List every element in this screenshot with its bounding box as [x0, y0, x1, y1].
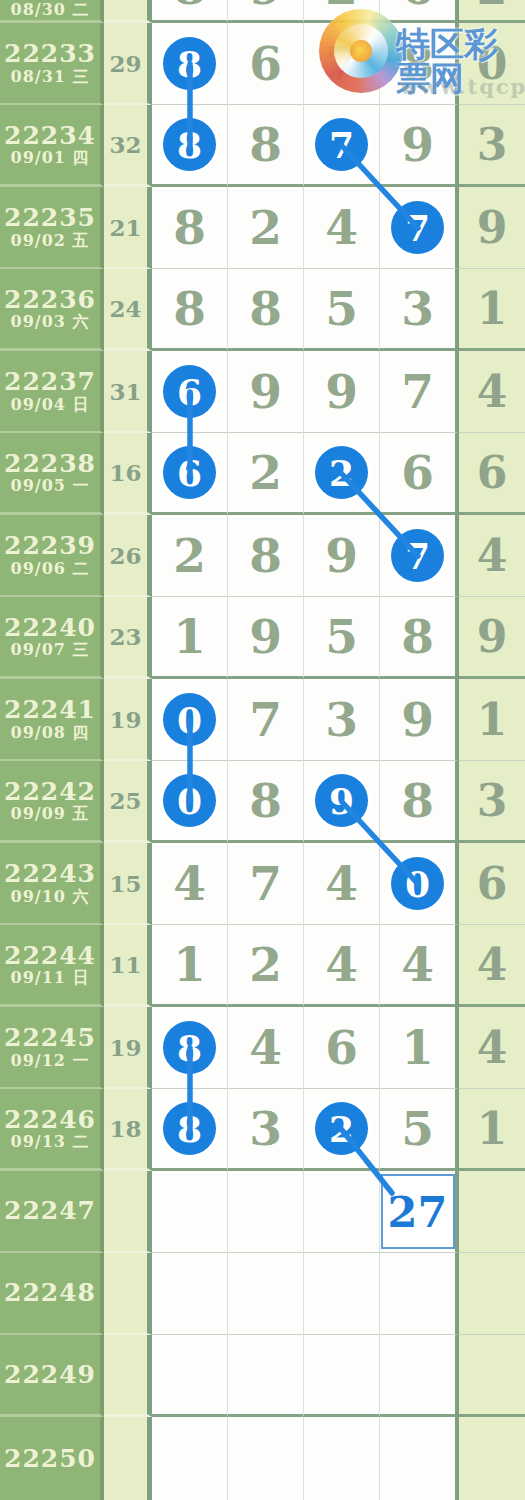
- digit-cell: 2: [304, 1089, 380, 1171]
- digit-cell: 6: [304, 1007, 380, 1089]
- draw-date: 09/03 六: [11, 313, 90, 331]
- digit-cell: [152, 1171, 228, 1253]
- digit-cell: 27: [380, 1171, 459, 1253]
- digit: 2: [249, 204, 282, 251]
- tail-cell: 4: [459, 351, 525, 433]
- digit-cell: 3: [228, 1089, 304, 1171]
- digit-cell: 8: [380, 761, 459, 843]
- digit: 8: [249, 121, 282, 168]
- sum-cell: 19: [104, 679, 152, 761]
- digit-cell: 9: [228, 351, 304, 433]
- tail-cell: [459, 1417, 525, 1500]
- digit: 9: [325, 368, 358, 415]
- circled-digit: 0: [163, 693, 216, 746]
- digit-cell: 2: [228, 187, 304, 269]
- chart-row-22246: 2224609/13 二1883251: [0, 1089, 525, 1171]
- tail-digit: 9: [477, 615, 508, 659]
- digit: 9: [249, 368, 282, 415]
- digit: 6: [325, 1024, 358, 1071]
- digit: 1: [173, 613, 206, 660]
- period-number: 22242: [4, 778, 96, 806]
- tail-digit: 6: [477, 451, 508, 495]
- digit: 8: [173, 204, 206, 251]
- digit: 2: [249, 941, 282, 988]
- row-label: 08/30 二: [0, 0, 104, 23]
- period-number: 22234: [4, 122, 96, 150]
- digit: 8: [173, 285, 206, 332]
- row-label: 22248: [0, 1253, 104, 1335]
- sum-cell: 26: [104, 515, 152, 597]
- tail-cell: 4: [459, 515, 525, 597]
- sum-cell: 19: [104, 1007, 152, 1089]
- digit-cell: 1: [152, 597, 228, 679]
- digit: 3: [249, 1105, 282, 1152]
- tail-cell: 0: [459, 23, 525, 105]
- tail-cell: 4: [459, 1007, 525, 1089]
- draw-date: 09/09 五: [11, 805, 90, 823]
- digit: 4: [325, 941, 358, 988]
- sum-cell: 29: [104, 23, 152, 105]
- period-number: 22239: [4, 532, 96, 560]
- digit-cell: 7: [380, 515, 459, 597]
- tail-digit: 6: [477, 862, 508, 906]
- digit: 9: [249, 613, 282, 660]
- chart-row-22247: 2224727: [0, 1171, 525, 1253]
- sum-value: 24: [109, 295, 141, 322]
- digit: 7: [401, 368, 434, 415]
- digit-cell: 9: [380, 679, 459, 761]
- chart-row-22242: 2224209/09 五2508983: [0, 761, 525, 843]
- digit-cell: 8: [152, 0, 228, 23]
- draw-date: 09/06 二: [11, 560, 90, 578]
- digit-cell: 8: [380, 597, 459, 679]
- digit-cell: [304, 1171, 380, 1253]
- row-label: 2223609/03 六: [0, 269, 104, 351]
- sum-cell: 31: [104, 351, 152, 433]
- period-number: 22249: [4, 1361, 96, 1389]
- chart-row-22249: 22249: [0, 1335, 525, 1417]
- sum-value: 16: [109, 459, 141, 486]
- tail-cell: 1: [459, 679, 525, 761]
- digit-cell: 8: [380, 23, 459, 105]
- period-number: 22240: [4, 614, 96, 642]
- digit-cell: [228, 1417, 304, 1500]
- digit-cell: 8: [152, 23, 228, 105]
- digit: 5: [325, 285, 358, 332]
- tail-digit: 1: [477, 698, 508, 742]
- sum-cell: 21: [104, 187, 152, 269]
- period-number: 22247: [4, 1197, 96, 1225]
- row-label: 2224409/11 日: [0, 925, 104, 1007]
- chart-row-22241: 2224109/08 四1907391: [0, 679, 525, 761]
- draw-date: 09/04 日: [11, 396, 90, 414]
- draw-date: 08/30 二: [11, 1, 90, 19]
- draw-date: 09/07 三: [11, 641, 90, 659]
- circled-digit: 0: [391, 857, 444, 910]
- sum-cell: [104, 0, 152, 23]
- circled-digit: 7: [391, 201, 444, 254]
- digit-cell: 5: [304, 269, 380, 351]
- digit-cell: [380, 1335, 459, 1417]
- row-label: 2224209/09 五: [0, 761, 104, 843]
- tail-cell: 4: [459, 925, 525, 1007]
- digit: 6: [401, 449, 434, 496]
- digit-cell: 9: [380, 105, 459, 187]
- chart-row-22239: 2223909/06 二2628974: [0, 515, 525, 597]
- tail-digit: 2: [477, 0, 508, 11]
- digit-cell: 6: [152, 433, 228, 515]
- draw-date: 09/10 六: [11, 888, 90, 906]
- lottery-trend-chart: 08/30 二892622223308/31 三29867802223409/0…: [0, 0, 525, 1500]
- digit-cell: 4: [152, 843, 228, 925]
- digit-cell: [304, 1253, 380, 1335]
- digit: 5: [401, 1105, 434, 1152]
- digit-cell: 9: [304, 351, 380, 433]
- period-number: 22243: [4, 860, 96, 888]
- digit: 9: [401, 696, 434, 743]
- period-number: 22246: [4, 1106, 96, 1134]
- digit: 7: [249, 860, 282, 907]
- chart-row-22243: 2224309/10 六1547406: [0, 843, 525, 925]
- digit-cell: 7: [380, 351, 459, 433]
- prediction-box: 27: [381, 1174, 455, 1249]
- digit: 3: [401, 285, 434, 332]
- sum-cell: 11: [104, 925, 152, 1007]
- circled-digit: 6: [163, 446, 216, 499]
- digit: 8: [401, 613, 434, 660]
- digit: 8: [249, 777, 282, 824]
- digit: 2: [325, 0, 358, 11]
- digit-cell: 3: [380, 269, 459, 351]
- tail-digit: 1: [477, 1107, 508, 1151]
- digit-cell: 8: [152, 105, 228, 187]
- circled-digit: 7: [391, 529, 444, 582]
- tail-cell: [459, 1253, 525, 1335]
- digit: 9: [249, 0, 282, 11]
- digit: 8: [401, 40, 434, 87]
- chart-row-cropped: 08/30 二89262: [0, 0, 525, 23]
- period-number: 22241: [4, 696, 96, 724]
- digit-cell: [228, 1335, 304, 1417]
- circled-digit: 8: [163, 118, 216, 171]
- circled-digit: 2: [315, 1102, 368, 1155]
- circled-digit: 8: [163, 37, 216, 90]
- row-label: 22250: [0, 1417, 104, 1500]
- chart-row-22240: 2224009/07 三2319589: [0, 597, 525, 679]
- digit: 4: [325, 860, 358, 907]
- digit: 9: [401, 121, 434, 168]
- digit-cell: [380, 1253, 459, 1335]
- digit: 5: [325, 613, 358, 660]
- digit-cell: [228, 1253, 304, 1335]
- digit: 1: [401, 1024, 434, 1071]
- digit-cell: 7: [304, 105, 380, 187]
- circled-digit: 7: [315, 118, 368, 171]
- tail-digit: 3: [477, 123, 508, 167]
- digit-cell: 9: [228, 597, 304, 679]
- sum-value: 19: [109, 1034, 141, 1061]
- chart-grid: 08/30 二892622223308/31 三29867802223409/0…: [0, 0, 525, 1500]
- sum-cell: [104, 1171, 152, 1253]
- digit: 8: [173, 0, 206, 11]
- draw-date: 09/11 日: [11, 969, 90, 987]
- digit-cell: 6: [152, 351, 228, 433]
- digit-cell: 7: [228, 679, 304, 761]
- sum-cell: 23: [104, 597, 152, 679]
- digit-cell: 4: [380, 925, 459, 1007]
- tail-cell: [459, 1171, 525, 1253]
- digit-cell: [380, 1417, 459, 1500]
- sum-value: 18: [109, 1115, 141, 1142]
- sum-cell: 24: [104, 269, 152, 351]
- digit: 4: [401, 941, 434, 988]
- digit-cell: 8: [228, 269, 304, 351]
- draw-date: 09/08 四: [11, 724, 90, 742]
- digit-cell: 4: [304, 925, 380, 1007]
- digit-cell: 2: [228, 925, 304, 1007]
- period-number: 22233: [4, 40, 96, 68]
- digit-cell: 8: [228, 515, 304, 597]
- digit: 3: [325, 696, 358, 743]
- tail-cell: [459, 1335, 525, 1417]
- period-number: 22250: [4, 1445, 96, 1473]
- tail-digit: 4: [477, 943, 508, 987]
- circled-digit: 9: [315, 774, 368, 827]
- digit-cell: 9: [304, 761, 380, 843]
- digit-cell: 8: [152, 1007, 228, 1089]
- circled-digit: 8: [163, 1021, 216, 1074]
- sum-value: 23: [109, 623, 141, 650]
- digit: 7: [325, 40, 358, 87]
- row-label: 2223409/01 四: [0, 105, 104, 187]
- row-label: 22247: [0, 1171, 104, 1253]
- sum-cell: 25: [104, 761, 152, 843]
- digit-cell: 4: [228, 1007, 304, 1089]
- digit: 9: [325, 532, 358, 579]
- draw-date: 08/31 三: [11, 68, 90, 86]
- digit-cell: 6: [228, 23, 304, 105]
- row-label: 2224509/12 一: [0, 1007, 104, 1089]
- digit-cell: 8: [152, 187, 228, 269]
- period-number: 22248: [4, 1279, 96, 1307]
- chart-row-22237: 2223709/04 日3169974: [0, 351, 525, 433]
- tail-cell: 2: [459, 0, 525, 23]
- digit: 2: [173, 532, 206, 579]
- sum-cell: [104, 1253, 152, 1335]
- digit-cell: [228, 1171, 304, 1253]
- sum-cell: [104, 1417, 152, 1500]
- period-number: 22237: [4, 368, 96, 396]
- circled-digit: 2: [315, 446, 368, 499]
- digit-cell: 1: [380, 1007, 459, 1089]
- digit-cell: 8: [152, 269, 228, 351]
- chart-row-22245: 2224509/12 一1984614: [0, 1007, 525, 1089]
- period-number: 22244: [4, 942, 96, 970]
- chart-row-22248: 22248: [0, 1253, 525, 1335]
- draw-date: 09/05 一: [11, 477, 90, 495]
- digit-cell: 0: [152, 679, 228, 761]
- chart-row-22234: 2223409/01 四3288793: [0, 105, 525, 187]
- sum-cell: 16: [104, 433, 152, 515]
- sum-value: 25: [109, 787, 141, 814]
- digit: 8: [249, 532, 282, 579]
- tail-cell: 3: [459, 761, 525, 843]
- sum-cell: 32: [104, 105, 152, 187]
- row-label: 2223709/04 日: [0, 351, 104, 433]
- chart-row-22236: 2223609/03 六2488531: [0, 269, 525, 351]
- row-label: 2223909/06 二: [0, 515, 104, 597]
- digit-cell: 8: [152, 1089, 228, 1171]
- digit: 1: [173, 941, 206, 988]
- sum-cell: 18: [104, 1089, 152, 1171]
- digit: 8: [249, 285, 282, 332]
- digit-cell: [304, 1335, 380, 1417]
- digit: 7: [249, 696, 282, 743]
- digit: 6: [249, 40, 282, 87]
- chart-row-22235: 2223509/02 五2182479: [0, 187, 525, 269]
- row-label: 2224109/08 四: [0, 679, 104, 761]
- period-number: 22238: [4, 450, 96, 478]
- sum-value: 21: [109, 214, 141, 241]
- draw-date: 09/01 四: [11, 149, 90, 167]
- digit-cell: 9: [228, 0, 304, 23]
- digit-cell: 7: [380, 187, 459, 269]
- digit-cell: 1: [152, 925, 228, 1007]
- chart-row-22233: 2223308/31 三2986780: [0, 23, 525, 105]
- sum-cell: 15: [104, 843, 152, 925]
- row-label: 2223809/05 一: [0, 433, 104, 515]
- digit-cell: [304, 1417, 380, 1500]
- digit-cell: 0: [152, 761, 228, 843]
- tail-digit: 3: [477, 779, 508, 823]
- digit-cell: 7: [304, 23, 380, 105]
- digit: 4: [173, 860, 206, 907]
- digit-cell: 9: [304, 515, 380, 597]
- row-label: 2224609/13 二: [0, 1089, 104, 1171]
- tail-cell: 6: [459, 433, 525, 515]
- period-number: 22236: [4, 286, 96, 314]
- sum-value: 29: [109, 50, 141, 77]
- circled-digit: 8: [163, 1102, 216, 1155]
- tail-cell: 1: [459, 1089, 525, 1171]
- digit-cell: 7: [228, 843, 304, 925]
- row-label: 2223509/02 五: [0, 187, 104, 269]
- digit-cell: 4: [304, 187, 380, 269]
- tail-cell: 6: [459, 843, 525, 925]
- digit-cell: [152, 1253, 228, 1335]
- sum-value: 15: [109, 870, 141, 897]
- tail-digit: 1: [477, 287, 508, 331]
- digit-cell: 8: [228, 761, 304, 843]
- draw-date: 09/13 二: [11, 1133, 90, 1151]
- tail-cell: 3: [459, 105, 525, 187]
- chart-row-22244: 2224409/11 日1112444: [0, 925, 525, 1007]
- draw-date: 09/12 一: [11, 1052, 90, 1070]
- digit-cell: 5: [304, 597, 380, 679]
- digit-cell: 4: [304, 843, 380, 925]
- sum-cell: [104, 1335, 152, 1417]
- row-label: 2223308/31 三: [0, 23, 104, 105]
- tail-digit: 0: [477, 42, 508, 86]
- digit-cell: 2: [228, 433, 304, 515]
- digit-cell: 6: [380, 0, 459, 23]
- digit-cell: 0: [380, 843, 459, 925]
- row-label: 2224309/10 六: [0, 843, 104, 925]
- tail-cell: 1: [459, 269, 525, 351]
- circled-digit: 0: [163, 774, 216, 827]
- sum-value: 31: [109, 378, 141, 405]
- digit-cell: 2: [304, 0, 380, 23]
- sum-value: 26: [109, 542, 141, 569]
- tail-digit: 9: [477, 206, 508, 250]
- sum-value: 19: [109, 706, 141, 733]
- row-label: 22249: [0, 1335, 104, 1417]
- digit-cell: 8: [228, 105, 304, 187]
- digit-cell: 2: [152, 515, 228, 597]
- digit: 4: [249, 1024, 282, 1071]
- row-label: 2224009/07 三: [0, 597, 104, 679]
- tail-digit: 4: [477, 1026, 508, 1070]
- digit-cell: 5: [380, 1089, 459, 1171]
- tail-cell: 9: [459, 187, 525, 269]
- tail-cell: 9: [459, 597, 525, 679]
- digit-cell: [152, 1417, 228, 1500]
- sum-value: 11: [109, 951, 141, 978]
- digit-cell: 3: [304, 679, 380, 761]
- circled-digit: 6: [163, 365, 216, 418]
- tail-digit: 4: [477, 534, 508, 578]
- chart-row-22250: 22250: [0, 1417, 525, 1500]
- draw-date: 09/02 五: [11, 232, 90, 250]
- digit-cell: 2: [304, 433, 380, 515]
- period-number: 22245: [4, 1024, 96, 1052]
- digit: 4: [325, 204, 358, 251]
- digit: 2: [249, 449, 282, 496]
- tail-digit: 4: [477, 370, 508, 414]
- digit: 8: [401, 777, 434, 824]
- digit-cell: [152, 1335, 228, 1417]
- chart-row-22238: 2223809/05 一1662266: [0, 433, 525, 515]
- period-number: 22235: [4, 204, 96, 232]
- digit-cell: 6: [380, 433, 459, 515]
- digit: 6: [401, 0, 434, 11]
- sum-value: 32: [109, 131, 141, 158]
